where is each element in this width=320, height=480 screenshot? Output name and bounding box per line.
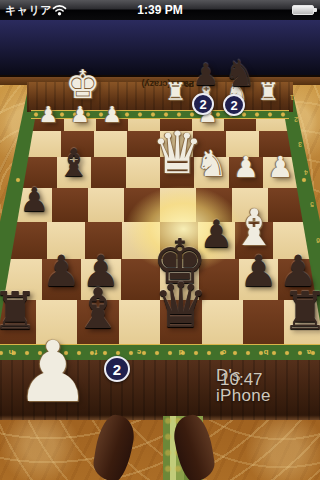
- white-pawn-b4[interactable]: ♟: [233, 153, 259, 182]
- white-rook-d1[interactable]: ♜: [165, 80, 187, 104]
- white-rook-a1[interactable]: ♜: [258, 80, 280, 104]
- white-king-g1[interactable]: ♚: [65, 65, 100, 104]
- white-queen-d4[interactable]: ♛: [151, 124, 203, 182]
- black-rook-a8[interactable]: ♜: [282, 285, 320, 337]
- black-pawn-b7[interactable]: ♟: [239, 250, 278, 293]
- chess-app-screen: Pawn(crazy) 29:56 hgfedcba 12345678 ♜♞♝♜…: [0, 0, 320, 480]
- file-label-f: f: [95, 348, 98, 357]
- white-pawn-a4[interactable]: ♟: [268, 153, 294, 182]
- square-f5[interactable]: [88, 188, 125, 223]
- square-g5[interactable]: [52, 188, 89, 223]
- rank-label-4: 4: [304, 169, 308, 176]
- white-pawn-f2[interactable]: ♟: [102, 104, 122, 126]
- clock-label: 1:39 PM: [0, 3, 320, 17]
- black-queen-d8[interactable]: ♛: [153, 275, 209, 337]
- file-label-e: e: [137, 348, 141, 357]
- background-sky: [0, 20, 320, 80]
- player-clock: 10:47: [216, 370, 263, 390]
- file-label-a: a: [307, 348, 311, 357]
- captured-count-badge: 2: [104, 356, 130, 382]
- square-f3[interactable]: [94, 131, 128, 158]
- file-label-h: h: [9, 348, 14, 357]
- rank-label-5: 5: [310, 201, 314, 208]
- file-label-b: b: [264, 348, 269, 357]
- captured-white-pawn: ♟: [15, 330, 90, 414]
- rank-label-2: 2: [294, 115, 298, 122]
- square-f4[interactable]: [91, 157, 126, 188]
- white-bishop-b6[interactable]: ♝: [232, 203, 277, 253]
- black-pawn-h5[interactable]: ♟: [20, 183, 50, 216]
- captured-black-pawn: ♟: [193, 60, 220, 90]
- captured-count-badge: 2: [192, 93, 214, 115]
- file-label-d: d: [179, 348, 184, 357]
- file-label-c: c: [222, 348, 226, 357]
- captured-black-knight: ♞: [224, 56, 256, 92]
- captured-count-badge: 2: [223, 94, 245, 116]
- square-b8[interactable]: [243, 300, 285, 346]
- status-bar: キャリア 1:39 PM: [0, 0, 320, 20]
- white-pawn-g2[interactable]: ♟: [70, 104, 90, 126]
- battery-icon: [292, 5, 314, 15]
- black-bishop-g4[interactable]: ♝: [57, 144, 91, 182]
- white-pawn-h2[interactable]: ♟: [38, 104, 58, 126]
- rank-label-6: 6: [316, 236, 320, 243]
- rank-label-1: 1: [290, 94, 294, 101]
- rank-label-3: 3: [298, 140, 302, 147]
